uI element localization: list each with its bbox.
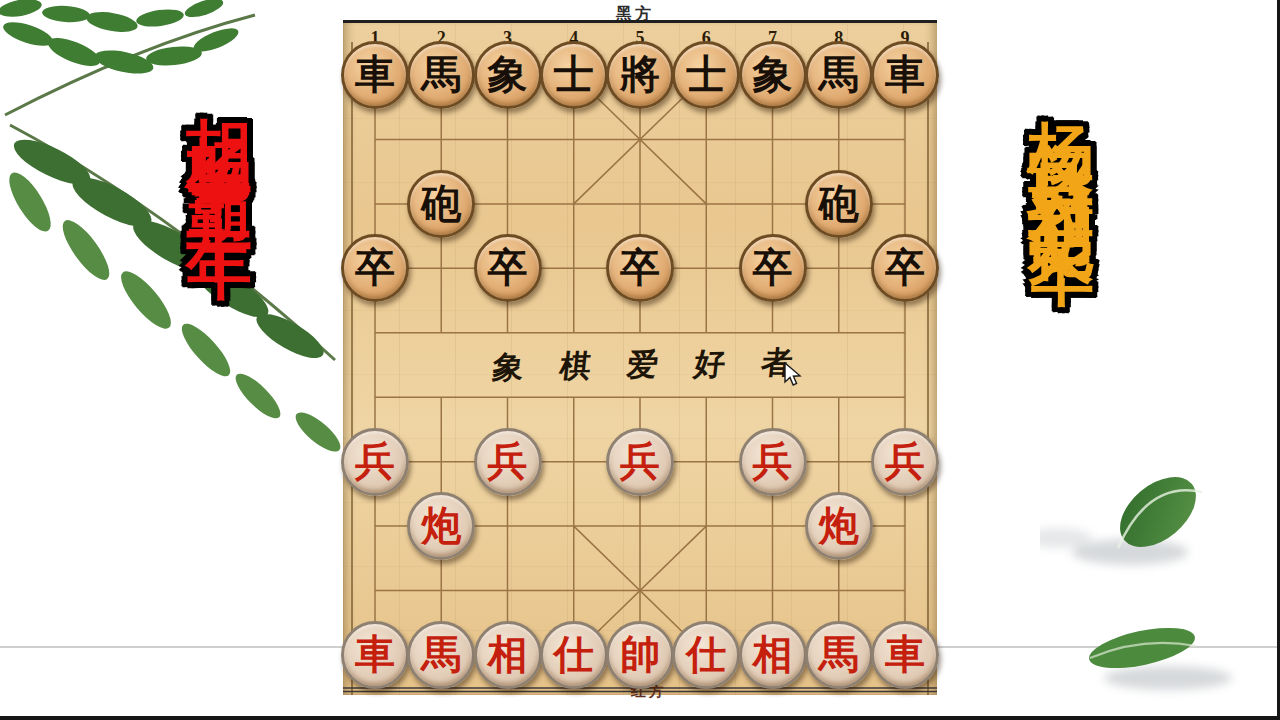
piece-black-horse-1[interactable]: 馬 [407, 41, 475, 109]
piece-red-cannon-1[interactable]: 炮 [407, 492, 475, 560]
piece-black-soldier-3[interactable]: 卒 [606, 234, 674, 302]
river-text: 象棋爱好者 [490, 341, 830, 389]
frame-edge-bottom [0, 716, 1280, 720]
piece-black-chariot-2[interactable]: 車 [871, 41, 939, 109]
left-title: 胡杨争霸二十年 [187, 64, 253, 204]
piece-red-soldier-3[interactable]: 兵 [606, 428, 674, 496]
piece-black-advisor-1[interactable]: 士 [540, 41, 608, 109]
video-frame: 黑方 胡杨争霸二十年 杨官璘对胡荣华 [0, 0, 1280, 720]
piece-red-elephant-2[interactable]: 相 [739, 621, 807, 689]
leaf-decoration-top-left [0, 0, 360, 500]
mouse-cursor [783, 362, 807, 390]
piece-black-elephant-2[interactable]: 象 [739, 41, 807, 109]
piece-red-soldier-1[interactable]: 兵 [341, 428, 409, 496]
piece-red-horse-2[interactable]: 馬 [805, 621, 873, 689]
piece-black-soldier-4[interactable]: 卒 [739, 234, 807, 302]
piece-red-elephant-1[interactable]: 相 [474, 621, 542, 689]
piece-red-soldier-4[interactable]: 兵 [739, 428, 807, 496]
piece-black-advisor-2[interactable]: 士 [672, 41, 740, 109]
piece-black-elephant-1[interactable]: 象 [474, 41, 542, 109]
piece-red-soldier-5[interactable]: 兵 [871, 428, 939, 496]
xiangqi-board[interactable]: 象棋爱好者 红方 123456789九八七六五四三二一車馬象士將士象馬車砲砲卒卒… [343, 20, 937, 695]
piece-black-soldier-2[interactable]: 卒 [474, 234, 542, 302]
piece-black-general[interactable]: 將 [606, 41, 674, 109]
leaf-decoration-bottom-right [1040, 430, 1280, 720]
piece-red-cannon-2[interactable]: 炮 [805, 492, 873, 560]
piece-red-horse-1[interactable]: 馬 [407, 621, 475, 689]
piece-red-soldier-2[interactable]: 兵 [474, 428, 542, 496]
piece-black-soldier-1[interactable]: 卒 [341, 234, 409, 302]
piece-black-horse-2[interactable]: 馬 [805, 41, 873, 109]
piece-red-chariot-2[interactable]: 車 [871, 621, 939, 689]
piece-black-cannon-1[interactable]: 砲 [407, 170, 475, 238]
piece-black-soldier-5[interactable]: 卒 [871, 234, 939, 302]
piece-black-cannon-2[interactable]: 砲 [805, 170, 873, 238]
piece-red-chariot-1[interactable]: 車 [341, 621, 409, 689]
piece-black-chariot-1[interactable]: 車 [341, 41, 409, 109]
piece-red-general[interactable]: 帥 [606, 621, 674, 689]
right-title: 杨官璘对胡荣华 [1029, 68, 1095, 208]
piece-red-advisor-1[interactable]: 仕 [540, 621, 608, 689]
piece-red-advisor-2[interactable]: 仕 [672, 621, 740, 689]
